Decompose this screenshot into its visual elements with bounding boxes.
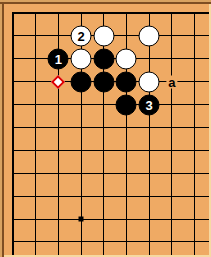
intersection	[160, 93, 183, 116]
intersection	[70, 47, 93, 70]
intersection	[115, 93, 138, 116]
intersection	[138, 70, 161, 93]
board-clipped-right	[206, 70, 211, 93]
intersection	[92, 208, 115, 231]
intersection	[183, 208, 206, 231]
intersection	[47, 230, 70, 253]
intersection	[183, 70, 206, 93]
intersection	[138, 185, 161, 208]
intersection	[47, 185, 70, 208]
intersection	[160, 24, 183, 47]
intersection	[70, 230, 93, 253]
intersection	[92, 2, 115, 25]
intersection	[2, 185, 25, 208]
intersection	[47, 162, 70, 185]
intersection	[92, 230, 115, 253]
board-clipped-right	[206, 93, 211, 116]
intersection	[2, 47, 25, 70]
board-clipped-bottom	[138, 253, 161, 257]
intersection	[70, 2, 93, 25]
intersection	[92, 162, 115, 185]
intersection	[24, 230, 47, 253]
intersection	[138, 139, 161, 162]
black-stone-move-1: 1	[48, 48, 69, 69]
intersection	[2, 230, 25, 253]
red-diamond-marker-icon	[51, 75, 65, 89]
board-clipped-bottom	[160, 253, 183, 257]
board-clipped-right	[206, 139, 211, 162]
intersection	[47, 139, 70, 162]
board-clipped-bottom	[115, 253, 138, 257]
intersection	[115, 230, 138, 253]
intersection	[70, 93, 93, 116]
board-clipped-right	[206, 47, 211, 70]
intersection	[115, 162, 138, 185]
white-stone	[93, 25, 114, 46]
intersection	[70, 162, 93, 185]
board-clipped-bottom	[24, 253, 47, 257]
intersection	[92, 47, 115, 70]
intersection	[92, 139, 115, 162]
black-stone	[93, 71, 114, 92]
intersection	[70, 139, 93, 162]
intersection	[24, 2, 47, 25]
board-clipped-right	[206, 116, 211, 139]
black-stone	[116, 94, 137, 115]
intersection	[2, 116, 25, 139]
intersection	[2, 208, 25, 231]
board-clipped-bottom	[47, 253, 70, 257]
intersection	[160, 116, 183, 139]
intersection	[24, 208, 47, 231]
intersection	[92, 70, 115, 93]
white-stone	[116, 48, 137, 69]
go-board-grid: 21a3	[2, 2, 211, 257]
intersection	[138, 47, 161, 70]
intersection: a	[160, 70, 183, 93]
intersection	[2, 162, 25, 185]
intersection	[160, 2, 183, 25]
black-stone	[93, 48, 114, 69]
board-clipped-bottom	[70, 253, 93, 257]
intersection	[2, 139, 25, 162]
white-stone-move-2: 2	[71, 25, 92, 46]
board-clipped-right	[206, 185, 211, 208]
intersection	[160, 162, 183, 185]
board-clipped-right	[206, 230, 211, 253]
intersection	[47, 208, 70, 231]
intersection	[47, 2, 70, 25]
intersection	[138, 230, 161, 253]
black-stone	[71, 71, 92, 92]
intersection	[183, 47, 206, 70]
white-stone	[139, 71, 160, 92]
intersection	[160, 47, 183, 70]
intersection	[183, 230, 206, 253]
intersection	[47, 116, 70, 139]
intersection	[24, 162, 47, 185]
intersection	[115, 2, 138, 25]
board-clipped-corner	[206, 253, 211, 257]
letter-label-a: a	[166, 75, 177, 88]
intersection	[115, 24, 138, 47]
intersection	[70, 70, 93, 93]
intersection	[138, 162, 161, 185]
intersection	[183, 185, 206, 208]
intersection	[160, 185, 183, 208]
intersection	[70, 208, 93, 231]
intersection	[115, 208, 138, 231]
intersection	[92, 185, 115, 208]
white-stone	[139, 25, 160, 46]
board-clipped-bottom	[92, 253, 115, 257]
intersection	[70, 116, 93, 139]
black-stone	[116, 71, 137, 92]
intersection	[24, 24, 47, 47]
intersection	[183, 93, 206, 116]
intersection	[115, 47, 138, 70]
intersection	[47, 70, 70, 93]
intersection	[70, 185, 93, 208]
intersection	[138, 24, 161, 47]
intersection	[183, 162, 206, 185]
intersection	[160, 208, 183, 231]
intersection	[138, 2, 161, 25]
intersection	[24, 70, 47, 93]
intersection	[2, 93, 25, 116]
black-stone-move-3: 3	[139, 94, 160, 115]
white-stone	[71, 48, 92, 69]
intersection	[115, 185, 138, 208]
intersection	[183, 24, 206, 47]
star-point-icon	[79, 216, 84, 221]
intersection	[115, 139, 138, 162]
intersection	[24, 185, 47, 208]
intersection	[160, 139, 183, 162]
intersection	[24, 47, 47, 70]
intersection	[92, 24, 115, 47]
board-clipped-right	[206, 2, 211, 25]
board-clipped-right	[206, 208, 211, 231]
intersection	[183, 139, 206, 162]
intersection	[24, 139, 47, 162]
intersection	[183, 2, 206, 25]
intersection	[138, 208, 161, 231]
intersection	[47, 93, 70, 116]
intersection: 3	[138, 93, 161, 116]
intersection	[138, 116, 161, 139]
board-clipped-right	[206, 162, 211, 185]
board-clipped-right	[206, 24, 211, 47]
board-clipped-bottom	[183, 253, 206, 257]
intersection: 2	[70, 24, 93, 47]
intersection	[183, 116, 206, 139]
intersection	[92, 93, 115, 116]
intersection	[24, 116, 47, 139]
intersection	[2, 70, 25, 93]
intersection	[92, 116, 115, 139]
intersection	[160, 230, 183, 253]
intersection	[2, 24, 25, 47]
intersection	[2, 2, 25, 25]
go-board: 21a3	[0, 0, 211, 257]
intersection	[115, 116, 138, 139]
intersection	[115, 70, 138, 93]
intersection: 1	[47, 47, 70, 70]
intersection	[24, 93, 47, 116]
board-clipped-bottom	[2, 253, 25, 257]
intersection	[47, 24, 70, 47]
